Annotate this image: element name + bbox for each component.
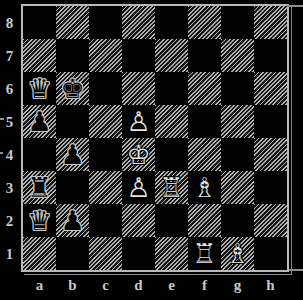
file-label-f: f	[188, 275, 221, 295]
square-h1[interactable]	[254, 237, 287, 270]
square-c7[interactable]	[89, 39, 122, 72]
white-rook-f1[interactable]: ♖	[192, 237, 216, 270]
square-f1[interactable]: ♖	[188, 237, 221, 270]
square-g6[interactable]	[221, 72, 254, 105]
rank-label-1: 1	[1, 244, 18, 264]
square-b2[interactable]: ♟	[56, 204, 89, 237]
black-pawn-a5[interactable]: ♟	[27, 105, 51, 138]
rank-label-7: 7	[1, 46, 18, 66]
square-f4[interactable]	[188, 138, 221, 171]
square-b8[interactable]	[56, 6, 89, 39]
square-f5[interactable]	[188, 105, 221, 138]
white-pawn-d3[interactable]: ♙	[126, 171, 150, 204]
square-e5[interactable]	[155, 105, 188, 138]
file-label-c: c	[89, 275, 122, 295]
chess-diagram: ♛♚♟♙♟♔♜♙♖♗♛♟♖♗ 87654321abcdefgh	[0, 0, 303, 300]
square-e1[interactable]	[155, 237, 188, 270]
square-d7[interactable]	[122, 39, 155, 72]
chess-board: ♛♚♟♙♟♔♜♙♖♗♛♟♖♗	[21, 4, 289, 272]
square-b6[interactable]: ♚	[56, 72, 89, 105]
square-b4[interactable]: ♟	[56, 138, 89, 171]
square-c2[interactable]	[89, 204, 122, 237]
rank-label-3: 3	[1, 178, 18, 198]
square-d1[interactable]	[122, 237, 155, 270]
square-e4[interactable]	[155, 138, 188, 171]
square-g5[interactable]	[221, 105, 254, 138]
square-g7[interactable]	[221, 39, 254, 72]
black-rook-a3[interactable]: ♜	[27, 171, 51, 204]
square-d5[interactable]: ♙	[122, 105, 155, 138]
black-pawn-b2[interactable]: ♟	[60, 204, 84, 237]
square-c5[interactable]	[89, 105, 122, 138]
square-h4[interactable]	[254, 138, 287, 171]
square-g4[interactable]	[221, 138, 254, 171]
square-a8[interactable]	[23, 6, 56, 39]
square-e2[interactable]	[155, 204, 188, 237]
square-h7[interactable]	[254, 39, 287, 72]
white-bishop-f3[interactable]: ♗	[192, 171, 216, 204]
square-f6[interactable]	[188, 72, 221, 105]
square-b7[interactable]	[56, 39, 89, 72]
square-h2[interactable]	[254, 204, 287, 237]
black-queen-a6[interactable]: ♛	[27, 72, 51, 105]
square-a6[interactable]: ♛	[23, 72, 56, 105]
square-a7[interactable]	[23, 39, 56, 72]
square-e6[interactable]	[155, 72, 188, 105]
white-pawn-d5[interactable]: ♙	[126, 105, 150, 138]
square-g8[interactable]	[221, 6, 254, 39]
square-c4[interactable]	[89, 138, 122, 171]
square-a3[interactable]: ♜	[23, 171, 56, 204]
white-king-d4[interactable]: ♔	[126, 138, 150, 171]
square-d3[interactable]: ♙	[122, 171, 155, 204]
square-d4[interactable]: ♔	[122, 138, 155, 171]
square-g2[interactable]	[221, 204, 254, 237]
square-e3[interactable]: ♖	[155, 171, 188, 204]
black-pawn-b4[interactable]: ♟	[60, 138, 84, 171]
rank-label-4: 4	[1, 145, 18, 165]
square-b5[interactable]	[56, 105, 89, 138]
square-e7[interactable]	[155, 39, 188, 72]
square-a4[interactable]	[23, 138, 56, 171]
square-f8[interactable]	[188, 6, 221, 39]
file-label-b: b	[56, 275, 89, 295]
square-a1[interactable]	[23, 237, 56, 270]
square-b1[interactable]	[56, 237, 89, 270]
square-h5[interactable]	[254, 105, 287, 138]
square-c6[interactable]	[89, 72, 122, 105]
square-d8[interactable]	[122, 6, 155, 39]
square-f2[interactable]	[188, 204, 221, 237]
rank-label-6: 6	[1, 79, 18, 99]
square-h8[interactable]	[254, 6, 287, 39]
file-label-a: a	[23, 275, 56, 295]
scan-artifact-top-right	[287, 5, 303, 7]
square-a2[interactable]: ♛	[23, 204, 56, 237]
rank-label-8: 8	[1, 13, 18, 33]
scan-artifact-bottom-right	[289, 269, 303, 271]
square-e8[interactable]	[155, 6, 188, 39]
square-c8[interactable]	[89, 6, 122, 39]
square-f7[interactable]	[188, 39, 221, 72]
square-g3[interactable]	[221, 171, 254, 204]
square-c1[interactable]	[89, 237, 122, 270]
square-a5[interactable]: ♟	[23, 105, 56, 138]
black-king-b6[interactable]: ♚	[60, 72, 84, 105]
square-c3[interactable]	[89, 171, 122, 204]
rank-label-5: 5	[1, 112, 18, 132]
square-f3[interactable]: ♗	[188, 171, 221, 204]
file-label-h: h	[254, 275, 287, 295]
square-d2[interactable]	[122, 204, 155, 237]
white-rook-e3[interactable]: ♖	[159, 171, 183, 204]
file-label-d: d	[122, 275, 155, 295]
white-bishop-g1[interactable]: ♗	[225, 237, 249, 270]
square-g1[interactable]: ♗	[221, 237, 254, 270]
file-label-e: e	[155, 275, 188, 295]
square-h6[interactable]	[254, 72, 287, 105]
square-d6[interactable]	[122, 72, 155, 105]
rank-label-2: 2	[1, 211, 18, 231]
black-queen-a2[interactable]: ♛	[27, 204, 51, 237]
file-label-g: g	[221, 275, 254, 295]
square-b3[interactable]	[56, 171, 89, 204]
square-h3[interactable]	[254, 171, 287, 204]
